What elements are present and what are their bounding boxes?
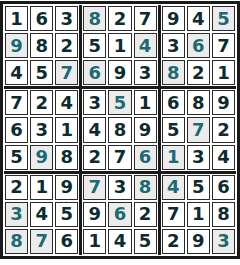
sudoku-cell-r4c3[interactable]: 4 [55, 90, 78, 115]
sudoku-cell-r4c1[interactable]: 7 [5, 90, 28, 115]
sudoku-cell-r3c9[interactable]: 1 [212, 60, 235, 85]
sudoku-cell-r4c6[interactable]: 1 [134, 90, 157, 115]
sudoku-box-grid: 1639824578275146939453678217246315983514… [4, 5, 236, 255]
sudoku-cell-r6c2[interactable]: 9 [30, 145, 53, 170]
sudoku-cell-r9c2[interactable]: 7 [30, 229, 53, 254]
sudoku-cell-r2c8[interactable]: 6 [187, 33, 210, 58]
sudoku-cell-r8c1[interactable]: 3 [5, 202, 28, 227]
sudoku-cell-r8c8[interactable]: 1 [187, 202, 210, 227]
sudoku-cell-r5c8[interactable]: 7 [187, 117, 210, 142]
sudoku-cell-r7c4[interactable]: 7 [83, 175, 106, 200]
sudoku-cell-r7c9[interactable]: 6 [212, 175, 235, 200]
sudoku-cell-r3c6[interactable]: 3 [134, 60, 157, 85]
sudoku-cell-r4c7[interactable]: 6 [162, 90, 185, 115]
sudoku-box-7: 219345876 [4, 174, 79, 255]
sudoku-box-3: 945367821 [161, 5, 236, 86]
sudoku-cell-r6c9[interactable]: 4 [212, 145, 235, 170]
sudoku-cell-r3c2[interactable]: 5 [30, 60, 53, 85]
sudoku-cell-r1c2[interactable]: 6 [30, 6, 53, 31]
sudoku-box-9: 456718293 [161, 174, 236, 255]
sudoku-cell-r1c7[interactable]: 9 [162, 6, 185, 31]
sudoku-cell-r2c3[interactable]: 2 [55, 33, 78, 58]
sudoku-cell-r3c4[interactable]: 6 [83, 60, 106, 85]
sudoku-cell-r3c1[interactable]: 4 [5, 60, 28, 85]
sudoku-cell-r6c6[interactable]: 6 [134, 145, 157, 170]
sudoku-cell-r9c6[interactable]: 5 [134, 229, 157, 254]
sudoku-board: 1639824578275146939453678217246315983514… [0, 1, 240, 259]
sudoku-box-5: 351489276 [82, 89, 157, 170]
sudoku-cell-r2c1[interactable]: 9 [5, 33, 28, 58]
sudoku-cell-r9c9[interactable]: 3 [212, 229, 235, 254]
sudoku-cell-r1c9[interactable]: 5 [212, 6, 235, 31]
sudoku-cell-r9c7[interactable]: 2 [162, 229, 185, 254]
sudoku-cell-r3c7[interactable]: 8 [162, 60, 185, 85]
sudoku-cell-r4c5[interactable]: 5 [108, 90, 131, 115]
sudoku-cell-r6c7[interactable]: 1 [162, 145, 185, 170]
sudoku-cell-r7c3[interactable]: 9 [55, 175, 78, 200]
sudoku-cell-r5c5[interactable]: 8 [108, 117, 131, 142]
sudoku-cell-r4c2[interactable]: 2 [30, 90, 53, 115]
sudoku-cell-r7c2[interactable]: 1 [30, 175, 53, 200]
sudoku-cell-r7c7[interactable]: 4 [162, 175, 185, 200]
sudoku-box-4: 724631598 [4, 89, 79, 170]
sudoku-cell-r8c4[interactable]: 9 [83, 202, 106, 227]
sudoku-cell-r1c5[interactable]: 2 [108, 6, 131, 31]
sudoku-cell-r2c6[interactable]: 4 [134, 33, 157, 58]
sudoku-cell-r5c6[interactable]: 9 [134, 117, 157, 142]
sudoku-cell-r8c9[interactable]: 8 [212, 202, 235, 227]
sudoku-cell-r4c4[interactable]: 3 [83, 90, 106, 115]
sudoku-cell-r3c8[interactable]: 2 [187, 60, 210, 85]
sudoku-cell-r7c1[interactable]: 2 [5, 175, 28, 200]
sudoku-cell-r8c7[interactable]: 7 [162, 202, 185, 227]
sudoku-cell-r5c1[interactable]: 6 [5, 117, 28, 142]
sudoku-box-2: 827514693 [82, 5, 157, 86]
sudoku-cell-r7c6[interactable]: 8 [134, 175, 157, 200]
sudoku-cell-r8c3[interactable]: 5 [55, 202, 78, 227]
sudoku-cell-r7c5[interactable]: 3 [108, 175, 131, 200]
sudoku-cell-r6c8[interactable]: 3 [187, 145, 210, 170]
sudoku-cell-r1c1[interactable]: 1 [5, 6, 28, 31]
sudoku-box-6: 689572134 [161, 89, 236, 170]
sudoku-cell-r8c6[interactable]: 2 [134, 202, 157, 227]
sudoku-cell-r2c9[interactable]: 7 [212, 33, 235, 58]
sudoku-cell-r8c5[interactable]: 6 [108, 202, 131, 227]
sudoku-cell-r9c5[interactable]: 4 [108, 229, 131, 254]
sudoku-cell-r1c3[interactable]: 3 [55, 6, 78, 31]
sudoku-page: 1639824578275146939453678217246315983514… [0, 1, 240, 265]
sudoku-cell-r5c9[interactable]: 2 [212, 117, 235, 142]
sudoku-cell-r2c7[interactable]: 3 [162, 33, 185, 58]
sudoku-cell-r1c8[interactable]: 4 [187, 6, 210, 31]
sudoku-cell-r6c5[interactable]: 7 [108, 145, 131, 170]
sudoku-box-1: 163982457 [4, 5, 79, 86]
sudoku-cell-r5c7[interactable]: 5 [162, 117, 185, 142]
sudoku-box-8: 738962145 [82, 174, 157, 255]
sudoku-cell-r6c4[interactable]: 2 [83, 145, 106, 170]
sudoku-cell-r1c4[interactable]: 8 [83, 6, 106, 31]
sudoku-cell-r7c8[interactable]: 5 [187, 175, 210, 200]
sudoku-cell-r9c4[interactable]: 1 [83, 229, 106, 254]
sudoku-cell-r2c2[interactable]: 8 [30, 33, 53, 58]
sudoku-cell-r3c3[interactable]: 7 [55, 60, 78, 85]
sudoku-cell-r2c5[interactable]: 1 [108, 33, 131, 58]
sudoku-cell-r6c3[interactable]: 8 [55, 145, 78, 170]
sudoku-cell-r5c4[interactable]: 4 [83, 117, 106, 142]
sudoku-cell-r9c8[interactable]: 9 [187, 229, 210, 254]
sudoku-cell-r8c2[interactable]: 4 [30, 202, 53, 227]
sudoku-cell-r4c9[interactable]: 9 [212, 90, 235, 115]
sudoku-cell-r4c8[interactable]: 8 [187, 90, 210, 115]
sudoku-cell-r9c3[interactable]: 6 [55, 229, 78, 254]
sudoku-cell-r2c4[interactable]: 5 [83, 33, 106, 58]
sudoku-cell-r9c1[interactable]: 8 [5, 229, 28, 254]
sudoku-cell-r6c1[interactable]: 5 [5, 145, 28, 170]
sudoku-cell-r5c3[interactable]: 1 [55, 117, 78, 142]
sudoku-cell-r3c5[interactable]: 9 [108, 60, 131, 85]
sudoku-cell-r5c2[interactable]: 3 [30, 117, 53, 142]
sudoku-cell-r1c6[interactable]: 7 [134, 6, 157, 31]
